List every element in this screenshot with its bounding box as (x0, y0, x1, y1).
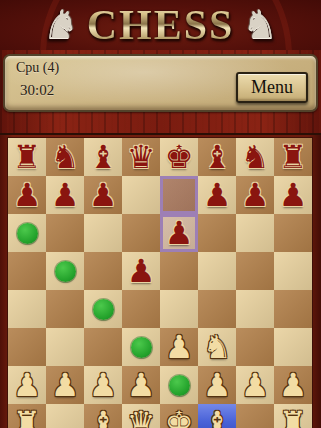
square-e3[interactable]: ♟ (160, 328, 198, 366)
white-rook-h1[interactable]: ♜ (279, 404, 308, 428)
square-c8[interactable]: ♝ (84, 138, 122, 176)
square-a2[interactable]: ♟ (8, 366, 46, 404)
chess-app-screen: ♞ CHESS ♞ Cpu (4) 30:02 Menu ♜♞♝♛♚♝♞♜♟♟♟… (0, 0, 321, 428)
square-a6[interactable] (8, 214, 46, 252)
white-pawn-h2[interactable]: ♟ (279, 366, 308, 404)
legal-move-dot-a6[interactable] (17, 223, 38, 244)
title-banner: ♞ CHESS ♞ (0, 0, 321, 50)
white-pawn-e3[interactable]: ♟ (165, 328, 194, 366)
white-pawn-a2[interactable]: ♟ (13, 366, 42, 404)
square-g4[interactable] (236, 290, 274, 328)
black-pawn-h7[interactable]: ♟ (279, 176, 308, 214)
black-knight-g8[interactable]: ♞ (241, 138, 270, 176)
square-d1[interactable]: ♛ (122, 404, 160, 428)
white-pawn-d2[interactable]: ♟ (127, 366, 156, 404)
white-rook-a1[interactable]: ♜ (13, 404, 42, 428)
square-d2[interactable]: ♟ (122, 366, 160, 404)
white-bishop-f1[interactable]: ♝ (203, 404, 232, 428)
square-g8[interactable]: ♞ (236, 138, 274, 176)
square-a3[interactable] (8, 328, 46, 366)
square-h7[interactable]: ♟ (274, 176, 312, 214)
square-c7[interactable]: ♟ (84, 176, 122, 214)
black-rook-a8[interactable]: ♜ (13, 138, 42, 176)
white-bishop-c1[interactable]: ♝ (89, 404, 118, 428)
square-e7[interactable] (160, 176, 198, 214)
white-pawn-b2[interactable]: ♟ (51, 366, 80, 404)
status-bar: Cpu (4) 30:02 Menu (3, 54, 318, 112)
square-g2[interactable]: ♟ (236, 366, 274, 404)
square-f3[interactable]: ♞ (198, 328, 236, 366)
square-g5[interactable] (236, 252, 274, 290)
square-a5[interactable] (8, 252, 46, 290)
black-pawn-d5[interactable]: ♟ (127, 252, 156, 290)
square-h1[interactable]: ♜ (274, 404, 312, 428)
black-knight-b8[interactable]: ♞ (51, 138, 80, 176)
black-bishop-c8[interactable]: ♝ (89, 138, 118, 176)
square-g3[interactable] (236, 328, 274, 366)
legal-move-dot-c4[interactable] (93, 299, 114, 320)
black-bishop-f8[interactable]: ♝ (203, 138, 232, 176)
game-clock: 30:02 (20, 82, 54, 99)
square-b2[interactable]: ♟ (46, 366, 84, 404)
white-knight-f3[interactable]: ♞ (203, 328, 232, 366)
square-f2[interactable]: ♟ (198, 366, 236, 404)
opponent-label: Cpu (4) (16, 60, 59, 76)
knight-right-icon: ♞ (242, 0, 278, 50)
square-e8[interactable]: ♚ (160, 138, 198, 176)
wood-background: Cpu (4) 30:02 Menu (0, 50, 321, 133)
square-h5[interactable] (274, 252, 312, 290)
menu-button[interactable]: Menu (236, 72, 308, 103)
square-h8[interactable]: ♜ (274, 138, 312, 176)
knight-left-icon: ♞ (43, 0, 79, 50)
white-pawn-f2[interactable]: ♟ (203, 366, 232, 404)
square-h4[interactable] (274, 290, 312, 328)
square-d3[interactable] (122, 328, 160, 366)
square-f5[interactable] (198, 252, 236, 290)
black-queen-d8[interactable]: ♛ (127, 138, 156, 176)
square-g6[interactable] (236, 214, 274, 252)
square-a8[interactable]: ♜ (8, 138, 46, 176)
square-f8[interactable]: ♝ (198, 138, 236, 176)
square-b3[interactable] (46, 328, 84, 366)
square-e5[interactable] (160, 252, 198, 290)
square-c1[interactable]: ♝ (84, 404, 122, 428)
square-g7[interactable]: ♟ (236, 176, 274, 214)
square-d5[interactable]: ♟ (122, 252, 160, 290)
square-c4[interactable] (84, 290, 122, 328)
square-c2[interactable]: ♟ (84, 366, 122, 404)
square-a4[interactable] (8, 290, 46, 328)
black-pawn-e6[interactable]: ♟ (165, 214, 194, 252)
square-b8[interactable]: ♞ (46, 138, 84, 176)
black-king-e8[interactable]: ♚ (165, 138, 194, 176)
square-d6[interactable] (122, 214, 160, 252)
black-pawn-b7[interactable]: ♟ (51, 176, 80, 214)
app-title: CHESS (87, 0, 235, 50)
square-h3[interactable] (274, 328, 312, 366)
square-f6[interactable] (198, 214, 236, 252)
white-pawn-c2[interactable]: ♟ (89, 366, 118, 404)
square-d4[interactable] (122, 290, 160, 328)
square-b4[interactable] (46, 290, 84, 328)
square-d8[interactable]: ♛ (122, 138, 160, 176)
square-g1[interactable] (236, 404, 274, 428)
square-c6[interactable] (84, 214, 122, 252)
square-b1[interactable] (46, 404, 84, 428)
legal-move-dot-b5[interactable] (55, 261, 76, 282)
square-c3[interactable] (84, 328, 122, 366)
black-rook-h8[interactable]: ♜ (279, 138, 308, 176)
square-b5[interactable] (46, 252, 84, 290)
square-e1[interactable]: ♚ (160, 404, 198, 428)
square-h6[interactable] (274, 214, 312, 252)
board-frame: ♜♞♝♛♚♝♞♜♟♟♟♟♟♟♟♟♟♞♟♟♟♟♟♟♟♜♝♛♚♝♜ (0, 133, 321, 428)
black-pawn-c7[interactable]: ♟ (89, 176, 118, 214)
square-f4[interactable] (198, 290, 236, 328)
square-b7[interactable]: ♟ (46, 176, 84, 214)
square-a1[interactable]: ♜ (8, 404, 46, 428)
square-h2[interactable]: ♟ (274, 366, 312, 404)
square-f7[interactable]: ♟ (198, 176, 236, 214)
legal-move-dot-d3[interactable] (131, 337, 152, 358)
white-king-e1[interactable]: ♚ (165, 404, 194, 428)
square-c5[interactable] (84, 252, 122, 290)
square-e6[interactable]: ♟ (160, 214, 198, 252)
square-d7[interactable] (122, 176, 160, 214)
square-e4[interactable] (160, 290, 198, 328)
black-pawn-g7[interactable]: ♟ (241, 176, 270, 214)
white-pawn-g2[interactable]: ♟ (241, 366, 270, 404)
legal-move-dot-e2[interactable] (169, 375, 190, 396)
black-pawn-a7[interactable]: ♟ (13, 176, 42, 214)
square-a7[interactable]: ♟ (8, 176, 46, 214)
square-e2[interactable] (160, 366, 198, 404)
chess-board: ♜♞♝♛♚♝♞♜♟♟♟♟♟♟♟♟♟♞♟♟♟♟♟♟♟♜♝♛♚♝♜ (8, 138, 312, 428)
square-b6[interactable] (46, 214, 84, 252)
black-pawn-f7[interactable]: ♟ (203, 176, 232, 214)
square-f1[interactable]: ♝ (198, 404, 236, 428)
white-queen-d1[interactable]: ♛ (127, 404, 156, 428)
